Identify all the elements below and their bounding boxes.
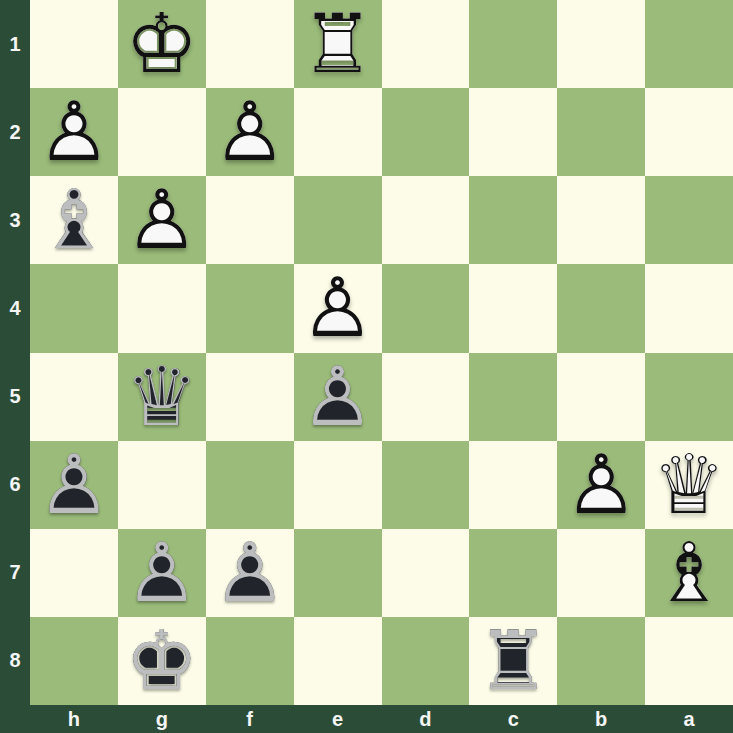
piece-white-bishop[interactable]: ♝♗	[645, 529, 733, 617]
pawn-glyph-outline: ♙	[118, 529, 206, 617]
square-h6[interactable]: ♟♙	[30, 441, 118, 529]
rank-label-6: 6	[0, 441, 30, 529]
piece-white-pawn[interactable]: ♟♙	[118, 176, 206, 264]
queen-glyph-outline: ♕	[118, 353, 206, 441]
square-e3[interactable]	[294, 176, 382, 264]
rank-label-8: 8	[0, 617, 30, 705]
square-d3[interactable]	[382, 176, 470, 264]
piece-white-pawn[interactable]: ♟♙	[30, 88, 118, 176]
square-a1[interactable]	[645, 0, 733, 88]
rank-label-1: 1	[0, 0, 30, 88]
piece-white-pawn[interactable]: ♟♙	[294, 264, 382, 352]
square-d1[interactable]	[382, 0, 470, 88]
queen-glyph-outline: ♕	[645, 441, 733, 529]
piece-black-pawn[interactable]: ♟♙	[30, 441, 118, 529]
file-label-e: e	[294, 705, 382, 733]
pawn-glyph-outline: ♙	[294, 264, 382, 352]
pawn-glyph-outline: ♙	[30, 441, 118, 529]
square-g3[interactable]: ♟♙	[118, 176, 206, 264]
square-b6[interactable]: ♟♙	[557, 441, 645, 529]
square-c2[interactable]	[469, 88, 557, 176]
square-f5[interactable]	[206, 353, 294, 441]
square-b2[interactable]	[557, 88, 645, 176]
pawn-glyph-outline: ♙	[30, 88, 118, 176]
square-e8[interactable]	[294, 617, 382, 705]
piece-black-pawn[interactable]: ♟♙	[294, 353, 382, 441]
square-g4[interactable]	[118, 264, 206, 352]
king-glyph-outline: ♔	[118, 0, 206, 88]
square-h8[interactable]	[30, 617, 118, 705]
file-label-b: b	[557, 705, 645, 733]
square-b1[interactable]	[557, 0, 645, 88]
pawn-glyph-outline: ♙	[206, 529, 294, 617]
rook-glyph-outline: ♖	[469, 617, 557, 705]
rank-label-5: 5	[0, 353, 30, 441]
square-d4[interactable]	[382, 264, 470, 352]
square-c8[interactable]: ♜♖	[469, 617, 557, 705]
file-label-g: g	[118, 705, 206, 733]
square-b7[interactable]	[557, 529, 645, 617]
square-h7[interactable]	[30, 529, 118, 617]
square-c5[interactable]	[469, 353, 557, 441]
square-e7[interactable]	[294, 529, 382, 617]
square-a7[interactable]: ♝♗	[645, 529, 733, 617]
square-e6[interactable]	[294, 441, 382, 529]
pawn-glyph-outline: ♙	[118, 176, 206, 264]
square-g8[interactable]: ♚♔	[118, 617, 206, 705]
square-f8[interactable]	[206, 617, 294, 705]
square-f4[interactable]	[206, 264, 294, 352]
square-d5[interactable]	[382, 353, 470, 441]
rank-label-4: 4	[0, 264, 30, 352]
bishop-glyph-outline: ♗	[645, 529, 733, 617]
rank-label-3: 3	[0, 176, 30, 264]
square-d8[interactable]	[382, 617, 470, 705]
piece-black-bishop[interactable]: ♝♗	[30, 176, 118, 264]
square-a8[interactable]	[645, 617, 733, 705]
square-h5[interactable]	[30, 353, 118, 441]
piece-white-queen[interactable]: ♛♕	[645, 441, 733, 529]
square-c1[interactable]	[469, 0, 557, 88]
square-b5[interactable]	[557, 353, 645, 441]
square-h2[interactable]: ♟♙	[30, 88, 118, 176]
square-b4[interactable]	[557, 264, 645, 352]
rank-label-2: 2	[0, 88, 30, 176]
square-d6[interactable]	[382, 441, 470, 529]
file-label-h: h	[30, 705, 118, 733]
square-b8[interactable]	[557, 617, 645, 705]
square-h4[interactable]	[30, 264, 118, 352]
square-a4[interactable]	[645, 264, 733, 352]
square-f7[interactable]: ♟♙	[206, 529, 294, 617]
square-b3[interactable]	[557, 176, 645, 264]
square-a2[interactable]	[645, 88, 733, 176]
piece-white-king[interactable]: ♚♔	[118, 0, 206, 88]
piece-black-pawn[interactable]: ♟♙	[118, 529, 206, 617]
file-label-d: d	[382, 705, 470, 733]
square-c7[interactable]	[469, 529, 557, 617]
square-d7[interactable]	[382, 529, 470, 617]
piece-white-pawn[interactable]: ♟♙	[557, 441, 645, 529]
piece-black-queen[interactable]: ♛♕	[118, 353, 206, 441]
square-f1[interactable]	[206, 0, 294, 88]
file-label-a: a	[645, 705, 733, 733]
square-e1[interactable]: ♜♖	[294, 0, 382, 88]
square-e4[interactable]: ♟♙	[294, 264, 382, 352]
rank-label-7: 7	[0, 529, 30, 617]
square-f3[interactable]	[206, 176, 294, 264]
piece-white-pawn[interactable]: ♟♙	[206, 88, 294, 176]
chessboard: 1♚♔♜♖2♟♙♟♙3♝♗♟♙4♟♙5♛♕♟♙6♟♙♟♙♛♕7♟♙♟♙♝♗8♚♔…	[0, 0, 733, 733]
square-c4[interactable]	[469, 264, 557, 352]
square-h3[interactable]: ♝♗	[30, 176, 118, 264]
file-label-f: f	[206, 705, 294, 733]
square-f6[interactable]	[206, 441, 294, 529]
piece-black-pawn[interactable]: ♟♙	[206, 529, 294, 617]
square-a5[interactable]	[645, 353, 733, 441]
piece-black-king[interactable]: ♚♔	[118, 617, 206, 705]
square-c3[interactable]	[469, 176, 557, 264]
square-a6[interactable]: ♛♕	[645, 441, 733, 529]
square-a3[interactable]	[645, 176, 733, 264]
rook-glyph-outline: ♖	[294, 0, 382, 88]
square-g7[interactable]: ♟♙	[118, 529, 206, 617]
pawn-glyph-outline: ♙	[294, 353, 382, 441]
piece-white-rook[interactable]: ♜♖	[294, 0, 382, 88]
square-g6[interactable]	[118, 441, 206, 529]
file-label-c: c	[469, 705, 557, 733]
square-g1[interactable]: ♚♔	[118, 0, 206, 88]
square-e5[interactable]: ♟♙	[294, 353, 382, 441]
board-corner	[0, 705, 30, 733]
square-g5[interactable]: ♛♕	[118, 353, 206, 441]
pawn-glyph-outline: ♙	[557, 441, 645, 529]
square-e2[interactable]	[294, 88, 382, 176]
square-d2[interactable]	[382, 88, 470, 176]
bishop-glyph-outline: ♗	[30, 176, 118, 264]
pawn-glyph-outline: ♙	[206, 88, 294, 176]
king-glyph-outline: ♔	[118, 617, 206, 705]
square-c6[interactable]	[469, 441, 557, 529]
square-g2[interactable]	[118, 88, 206, 176]
piece-black-rook[interactable]: ♜♖	[469, 617, 557, 705]
square-h1[interactable]	[30, 0, 118, 88]
square-f2[interactable]: ♟♙	[206, 88, 294, 176]
